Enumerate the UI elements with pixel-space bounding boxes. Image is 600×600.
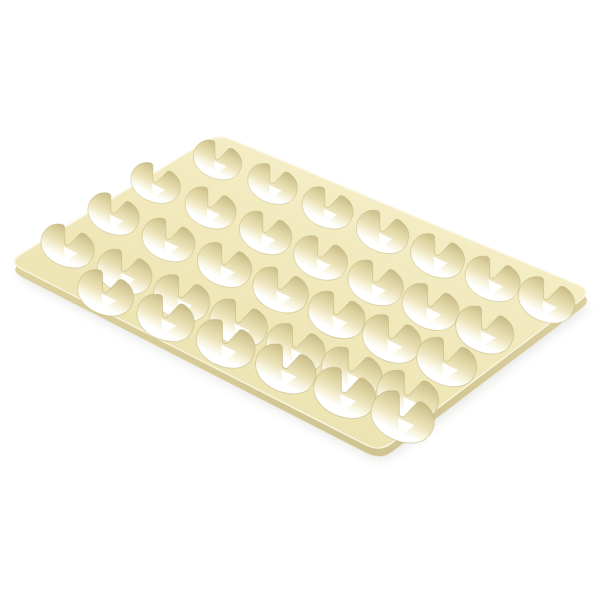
product-photo bbox=[0, 0, 600, 600]
baking-mold-tray-photo bbox=[0, 0, 600, 600]
